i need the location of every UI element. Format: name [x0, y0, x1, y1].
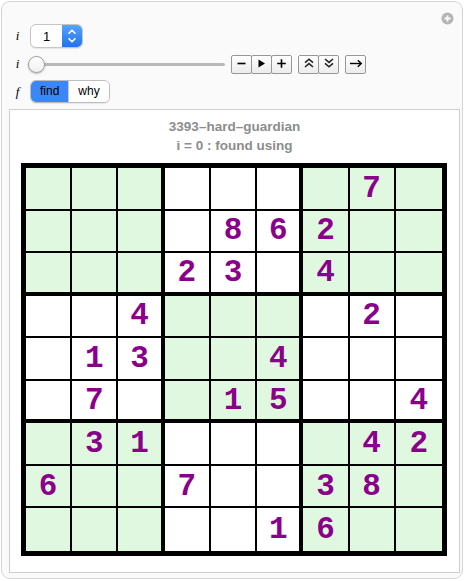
manipulate-frame: i 1 i: [1, 1, 463, 579]
cell-r7c2: 3: [72, 423, 118, 466]
cell-r8c5: [211, 466, 257, 509]
cell-r6c2: 7: [72, 381, 118, 424]
cell-r7c7: [303, 423, 349, 466]
faster-button[interactable]: [298, 55, 319, 74]
cell-r9c4: [165, 508, 211, 551]
cell-r5c6: 4: [257, 338, 303, 381]
cell-r9c2: [72, 508, 118, 551]
popup-value: 1: [31, 25, 62, 47]
cell-r3c6: [257, 253, 303, 296]
cell-r5c2: 1: [72, 338, 118, 381]
cell-r7c1: [26, 423, 72, 466]
cell-r6c4: [165, 381, 211, 424]
popup-stepper-icon[interactable]: [62, 25, 82, 47]
cell-r3c5: 3: [211, 253, 257, 296]
cell-r4c2: [72, 296, 118, 339]
cell-r2c7: 2: [303, 211, 349, 254]
cell-r6c8: [350, 381, 396, 424]
direction-button[interactable]: [345, 55, 366, 74]
cell-r8c2: [72, 466, 118, 509]
step-up-button[interactable]: [271, 55, 292, 74]
cell-r8c6: [257, 466, 303, 509]
cell-r6c5: 1: [211, 381, 257, 424]
cell-r5c1: [26, 338, 72, 381]
cell-r2c3: [118, 211, 164, 254]
cell-r4c3: 4: [118, 296, 164, 339]
cell-r6c7: [303, 381, 349, 424]
cell-r7c9: 2: [396, 423, 442, 466]
i-popup-menu[interactable]: 1: [30, 24, 83, 48]
cell-r8c7: 3: [303, 466, 349, 509]
minus-icon: [236, 55, 247, 73]
cell-r4c5: [211, 296, 257, 339]
cell-r2c6: 6: [257, 211, 303, 254]
cell-r3c4: 2: [165, 253, 211, 296]
popup-row: i 1: [13, 24, 83, 48]
cell-r5c8: [350, 338, 396, 381]
cell-r4c9: [396, 296, 442, 339]
titles: 3393–hard–guardian i = 0 : found using: [10, 117, 459, 155]
toggle-row: f find why: [13, 80, 110, 103]
cell-r1c1: [26, 168, 72, 211]
cell-r2c1: [26, 211, 72, 254]
cell-r7c6: [257, 423, 303, 466]
cell-r3c8: [350, 253, 396, 296]
cell-r6c3: [118, 381, 164, 424]
cell-r7c4: [165, 423, 211, 466]
cell-r7c8: 4: [350, 423, 396, 466]
sudoku-board: 78622344213471543142673816: [21, 163, 447, 556]
cell-r3c2: [72, 253, 118, 296]
slider-row: i: [13, 54, 366, 74]
cell-r8c9: [396, 466, 442, 509]
cell-r1c9: [396, 168, 442, 211]
cell-r4c4: [165, 296, 211, 339]
cell-r5c3: 3: [118, 338, 164, 381]
slider-label: i: [13, 56, 22, 72]
arrow-right-icon: [349, 55, 363, 73]
cell-r1c2: [72, 168, 118, 211]
cell-r9c8: [350, 508, 396, 551]
cell-r1c4: [165, 168, 211, 211]
cell-r4c8: 2: [350, 296, 396, 339]
slower-button[interactable]: [318, 55, 339, 74]
cell-r9c1: [26, 508, 72, 551]
cell-r5c5: [211, 338, 257, 381]
cell-r6c6: 5: [257, 381, 303, 424]
slider-thumb[interactable]: [28, 56, 45, 73]
content-pane: 3393–hard–guardian i = 0 : found using 7…: [9, 109, 460, 573]
cell-r1c5: [211, 168, 257, 211]
cell-r2c8: [350, 211, 396, 254]
plus-circle-icon[interactable]: [441, 11, 454, 24]
cell-r3c7: 4: [303, 253, 349, 296]
cell-r7c3: 1: [118, 423, 164, 466]
step-button-group: [231, 55, 292, 74]
cell-r4c1: [26, 296, 72, 339]
cell-r8c4: 7: [165, 466, 211, 509]
cell-r9c6: 1: [257, 508, 303, 551]
cell-r1c6: [257, 168, 303, 211]
cell-r3c9: [396, 253, 442, 296]
play-icon: [256, 55, 267, 73]
toggle-label: f: [13, 84, 22, 100]
cell-r4c6: [257, 296, 303, 339]
cell-r4c7: [303, 296, 349, 339]
cell-r3c1: [26, 253, 72, 296]
cell-r2c4: [165, 211, 211, 254]
puzzle-title: 3393–hard–guardian: [10, 117, 459, 136]
cell-r9c5: [211, 508, 257, 551]
cell-r9c3: [118, 508, 164, 551]
popup-label: i: [13, 28, 22, 44]
cell-r2c2: [72, 211, 118, 254]
cell-r9c9: [396, 508, 442, 551]
find-why-toggle: find why: [30, 80, 110, 103]
step-down-button[interactable]: [231, 55, 252, 74]
plus-icon: [276, 55, 287, 73]
cell-r2c5: 8: [211, 211, 257, 254]
status-line: i = 0 : found using: [10, 136, 459, 155]
cell-r6c1: [26, 381, 72, 424]
double-chevron-down-icon: [323, 55, 335, 73]
cell-r2c9: [396, 211, 442, 254]
i-slider[interactable]: [28, 55, 225, 73]
cell-r8c8: 8: [350, 466, 396, 509]
cell-r8c3: [118, 466, 164, 509]
cell-r6c9: 4: [396, 381, 442, 424]
toggle-option-why[interactable]: why: [68, 81, 108, 102]
cell-r7c5: [211, 423, 257, 466]
play-button[interactable]: [251, 55, 272, 74]
cell-r5c9: [396, 338, 442, 381]
cell-r1c3: [118, 168, 164, 211]
double-chevron-up-icon: [303, 55, 315, 73]
speed-button-group: [298, 55, 339, 74]
toggle-option-find[interactable]: find: [31, 81, 68, 102]
cell-r5c7: [303, 338, 349, 381]
cell-r1c7: [303, 168, 349, 211]
direction-button-group: [345, 55, 366, 74]
cell-r5c4: [165, 338, 211, 381]
slider-track[interactable]: [28, 63, 225, 66]
cell-r3c3: [118, 253, 164, 296]
cell-r8c1: 6: [26, 466, 72, 509]
cell-r9c7: 6: [303, 508, 349, 551]
cell-r1c8: 7: [350, 168, 396, 211]
